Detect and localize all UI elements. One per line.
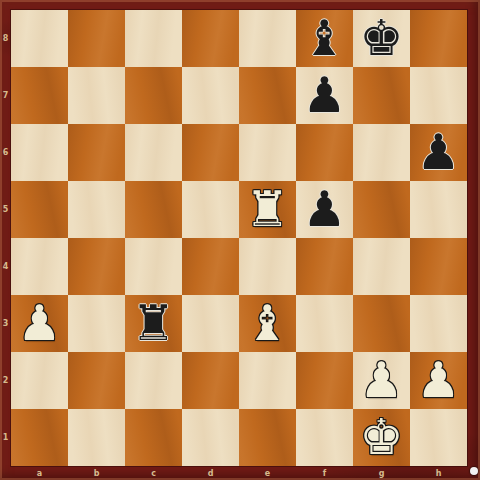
square-g3[interactable] xyxy=(353,295,410,352)
piece-black-rook[interactable]: ♜ xyxy=(132,295,176,352)
piece-black-pawn[interactable]: ♟ xyxy=(417,124,461,181)
file-label-h: h xyxy=(410,466,467,480)
square-c2[interactable] xyxy=(125,352,182,409)
square-g1[interactable]: ♚ xyxy=(353,409,410,466)
square-c3[interactable]: ♜ xyxy=(125,295,182,352)
square-a3[interactable]: ♟ xyxy=(11,295,68,352)
square-f7[interactable]: ♟ xyxy=(296,67,353,124)
square-d5[interactable] xyxy=(182,181,239,238)
square-a7[interactable] xyxy=(11,67,68,124)
square-h1[interactable] xyxy=(410,409,467,466)
rank-label-4: 4 xyxy=(0,238,11,295)
square-a8[interactable] xyxy=(11,10,68,67)
square-g4[interactable] xyxy=(353,238,410,295)
file-label-a: a xyxy=(11,466,68,480)
chess-board-frame: ♝♚♟♟♜♟♟♜♝♟♟♚ 87654321 abcdefgh xyxy=(0,0,480,480)
square-d7[interactable] xyxy=(182,67,239,124)
square-b1[interactable] xyxy=(68,409,125,466)
square-f3[interactable] xyxy=(296,295,353,352)
piece-black-pawn[interactable]: ♟ xyxy=(303,67,347,124)
square-e8[interactable] xyxy=(239,10,296,67)
square-d2[interactable] xyxy=(182,352,239,409)
square-d4[interactable] xyxy=(182,238,239,295)
square-e2[interactable] xyxy=(239,352,296,409)
square-c8[interactable] xyxy=(125,10,182,67)
square-g2[interactable]: ♟ xyxy=(353,352,410,409)
chess-board: ♝♚♟♟♜♟♟♜♝♟♟♚ xyxy=(11,10,467,466)
square-g8[interactable]: ♚ xyxy=(353,10,410,67)
piece-black-bishop[interactable]: ♝ xyxy=(303,10,347,67)
square-h3[interactable] xyxy=(410,295,467,352)
square-c6[interactable] xyxy=(125,124,182,181)
piece-white-pawn[interactable]: ♟ xyxy=(417,352,461,409)
square-d1[interactable] xyxy=(182,409,239,466)
square-c5[interactable] xyxy=(125,181,182,238)
square-d3[interactable] xyxy=(182,295,239,352)
square-h4[interactable] xyxy=(410,238,467,295)
square-b2[interactable] xyxy=(68,352,125,409)
square-c7[interactable] xyxy=(125,67,182,124)
square-h2[interactable]: ♟ xyxy=(410,352,467,409)
square-a4[interactable] xyxy=(11,238,68,295)
file-label-c: c xyxy=(125,466,182,480)
square-b4[interactable] xyxy=(68,238,125,295)
square-e6[interactable] xyxy=(239,124,296,181)
square-f6[interactable] xyxy=(296,124,353,181)
square-b5[interactable] xyxy=(68,181,125,238)
square-e3[interactable]: ♝ xyxy=(239,295,296,352)
square-f4[interactable] xyxy=(296,238,353,295)
square-f5[interactable]: ♟ xyxy=(296,181,353,238)
square-b7[interactable] xyxy=(68,67,125,124)
white-to-move-indicator xyxy=(470,467,478,475)
square-a6[interactable] xyxy=(11,124,68,181)
piece-white-pawn[interactable]: ♟ xyxy=(360,352,404,409)
rank-label-7: 7 xyxy=(0,67,11,124)
square-h7[interactable] xyxy=(410,67,467,124)
square-h5[interactable] xyxy=(410,181,467,238)
square-a1[interactable] xyxy=(11,409,68,466)
square-f2[interactable] xyxy=(296,352,353,409)
square-e7[interactable] xyxy=(239,67,296,124)
square-f1[interactable] xyxy=(296,409,353,466)
piece-white-rook[interactable]: ♜ xyxy=(246,181,290,238)
file-label-g: g xyxy=(353,466,410,480)
rank-label-8: 8 xyxy=(0,10,11,67)
square-g6[interactable] xyxy=(353,124,410,181)
piece-black-king[interactable]: ♚ xyxy=(360,10,404,67)
square-a2[interactable] xyxy=(11,352,68,409)
square-h6[interactable]: ♟ xyxy=(410,124,467,181)
square-b8[interactable] xyxy=(68,10,125,67)
square-c1[interactable] xyxy=(125,409,182,466)
file-label-d: d xyxy=(182,466,239,480)
square-a5[interactable] xyxy=(11,181,68,238)
square-g7[interactable] xyxy=(353,67,410,124)
rank-label-3: 3 xyxy=(0,295,11,352)
file-label-b: b xyxy=(68,466,125,480)
square-e1[interactable] xyxy=(239,409,296,466)
square-b6[interactable] xyxy=(68,124,125,181)
square-d6[interactable] xyxy=(182,124,239,181)
piece-white-bishop[interactable]: ♝ xyxy=(246,295,290,352)
square-e5[interactable]: ♜ xyxy=(239,181,296,238)
file-label-e: e xyxy=(239,466,296,480)
square-e4[interactable] xyxy=(239,238,296,295)
square-h8[interactable] xyxy=(410,10,467,67)
file-label-f: f xyxy=(296,466,353,480)
square-g5[interactable] xyxy=(353,181,410,238)
square-d8[interactable] xyxy=(182,10,239,67)
rank-label-1: 1 xyxy=(0,409,11,466)
rank-label-6: 6 xyxy=(0,124,11,181)
square-f8[interactable]: ♝ xyxy=(296,10,353,67)
piece-black-pawn[interactable]: ♟ xyxy=(303,181,347,238)
square-b3[interactable] xyxy=(68,295,125,352)
piece-white-pawn[interactable]: ♟ xyxy=(18,295,62,352)
rank-label-5: 5 xyxy=(0,181,11,238)
piece-white-king[interactable]: ♚ xyxy=(360,409,404,466)
square-c4[interactable] xyxy=(125,238,182,295)
rank-label-2: 2 xyxy=(0,352,11,409)
